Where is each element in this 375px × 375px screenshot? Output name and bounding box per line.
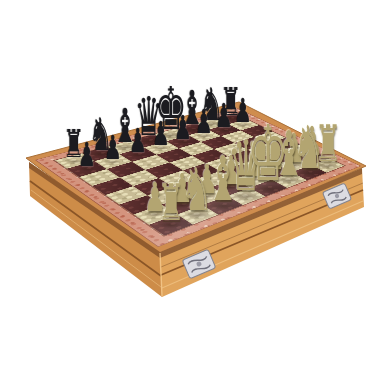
product-photo-scene: ♜♞♝♛♚♝♞♜♟♟♟♟♟♟♟♟♟♟♟♟♟♟♟♟♜♞♝♛♚♝♞♜: [0, 0, 375, 375]
